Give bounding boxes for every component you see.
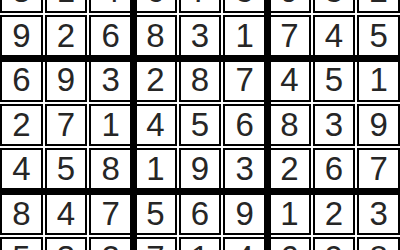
sudoku-cell[interactable]: 4 — [89, 0, 132, 13]
sudoku-cell[interactable]: 6 — [223, 104, 266, 147]
sudoku-cell[interactable]: 2 — [45, 15, 88, 58]
sudoku-cell[interactable]: 8 — [357, 237, 400, 250]
sudoku-cell[interactable]: 3 — [223, 148, 266, 191]
box-divider-horizontal-lower — [0, 188, 400, 195]
sudoku-cell[interactable]: 2 — [134, 59, 177, 102]
sudoku-cell[interactable]: 8 — [179, 59, 222, 102]
sudoku-cell[interactable]: 7 — [268, 15, 311, 58]
sudoku-cell[interactable]: 1 — [134, 148, 177, 191]
sudoku-cell[interactable]: 5 — [0, 237, 43, 250]
box-divider-horizontal-upper — [0, 55, 400, 62]
sudoku-cell[interactable]: 5 — [357, 15, 400, 58]
sudoku-cell[interactable]: 4 — [45, 193, 88, 236]
sudoku-cell[interactable]: 1 — [268, 193, 311, 236]
sudoku-board: 3146759829268317456932874512714568394581… — [0, 0, 400, 250]
sudoku-cell[interactable]: 2 — [89, 237, 132, 250]
sudoku-cell[interactable]: 7 — [45, 104, 88, 147]
sudoku-cell[interactable]: 7 — [134, 237, 177, 250]
sudoku-cell[interactable]: 9 — [45, 59, 88, 102]
sudoku-cell[interactable]: 9 — [179, 148, 222, 191]
sudoku-cell[interactable]: 7 — [223, 59, 266, 102]
sudoku-cell[interactable]: 8 — [0, 193, 43, 236]
sudoku-cell[interactable]: 2 — [268, 148, 311, 191]
sudoku-cell[interactable]: 8 — [89, 148, 132, 191]
sudoku-cell[interactable]: 6 — [134, 0, 177, 13]
sudoku-cell[interactable]: 9 — [313, 237, 356, 250]
sudoku-cell[interactable]: 4 — [0, 148, 43, 191]
sudoku-cell[interactable]: 2 — [357, 0, 400, 13]
sudoku-cell[interactable]: 5 — [134, 193, 177, 236]
sudoku-cell[interactable]: 3 — [357, 193, 400, 236]
sudoku-cell[interactable]: 7 — [89, 193, 132, 236]
sudoku-cell[interactable]: 2 — [0, 104, 43, 147]
sudoku-cell[interactable]: 9 — [268, 0, 311, 13]
sudoku-cell[interactable]: 6 — [179, 193, 222, 236]
sudoku-cell[interactable]: 3 — [179, 15, 222, 58]
sudoku-cell[interactable]: 2 — [313, 193, 356, 236]
sudoku-cell[interactable]: 1 — [223, 15, 266, 58]
sudoku-cell[interactable]: 1 — [89, 104, 132, 147]
sudoku-cell[interactable]: 1 — [357, 59, 400, 102]
sudoku-cell[interactable]: 5 — [223, 0, 266, 13]
sudoku-cell[interactable]: 3 — [0, 0, 43, 13]
sudoku-cell[interactable]: 8 — [313, 0, 356, 13]
sudoku-cell[interactable]: 7 — [179, 0, 222, 13]
sudoku-cell[interactable]: 9 — [0, 15, 43, 58]
sudoku-cell[interactable]: 1 — [179, 237, 222, 250]
sudoku-cell[interactable]: 3 — [313, 104, 356, 147]
sudoku-cell[interactable]: 5 — [45, 148, 88, 191]
sudoku-cell[interactable]: 6 — [0, 59, 43, 102]
sudoku-cell[interactable]: 6 — [268, 237, 311, 250]
sudoku-cell[interactable]: 8 — [268, 104, 311, 147]
sudoku-cell[interactable]: 4 — [268, 59, 311, 102]
box-divider-vertical-right — [264, 0, 271, 250]
sudoku-cell[interactable]: 4 — [134, 104, 177, 147]
sudoku-cell[interactable]: 9 — [223, 193, 266, 236]
box-divider-vertical-left — [130, 0, 137, 250]
sudoku-cell[interactable]: 3 — [89, 59, 132, 102]
sudoku-cell[interactable]: 9 — [357, 104, 400, 147]
sudoku-cell[interactable]: 4 — [313, 15, 356, 58]
sudoku-cell[interactable]: 5 — [313, 59, 356, 102]
sudoku-grid: 3146759829268317456932874512714568394581… — [0, 0, 400, 250]
sudoku-cell[interactable]: 3 — [45, 237, 88, 250]
sudoku-cell[interactable]: 6 — [89, 15, 132, 58]
sudoku-cell[interactable]: 4 — [223, 237, 266, 250]
sudoku-cell[interactable]: 5 — [179, 104, 222, 147]
sudoku-cell[interactable]: 8 — [134, 15, 177, 58]
sudoku-cell[interactable]: 7 — [357, 148, 400, 191]
sudoku-cell[interactable]: 6 — [313, 148, 356, 191]
sudoku-cell[interactable]: 1 — [45, 0, 88, 13]
